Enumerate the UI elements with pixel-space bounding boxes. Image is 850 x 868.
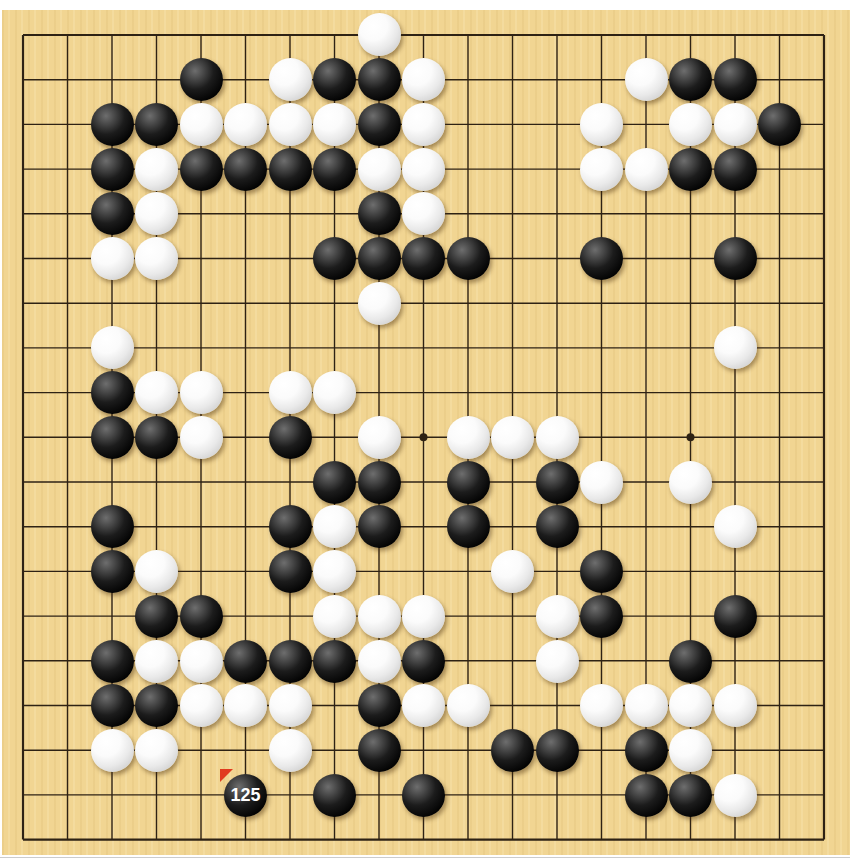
intersection[interactable] <box>179 147 224 192</box>
intersection[interactable] <box>668 191 713 236</box>
intersection[interactable] <box>535 236 580 281</box>
intersection[interactable] <box>90 460 135 505</box>
intersection[interactable] <box>535 818 580 863</box>
intersection[interactable] <box>490 505 535 550</box>
intersection[interactable] <box>1 594 46 639</box>
intersection[interactable] <box>45 13 90 58</box>
intersection[interactable] <box>90 728 135 773</box>
intersection[interactable] <box>668 415 713 460</box>
intersection[interactable] <box>579 13 624 58</box>
intersection[interactable] <box>490 773 535 818</box>
intersection[interactable] <box>713 773 758 818</box>
intersection[interactable] <box>757 415 802 460</box>
intersection[interactable] <box>179 326 224 371</box>
intersection[interactable] <box>179 102 224 147</box>
intersection[interactable] <box>490 415 535 460</box>
intersection[interactable] <box>179 13 224 58</box>
intersection[interactable] <box>312 549 357 594</box>
intersection[interactable] <box>757 728 802 773</box>
intersection[interactable] <box>1 505 46 550</box>
intersection[interactable] <box>446 147 491 192</box>
intersection[interactable] <box>802 102 847 147</box>
intersection[interactable] <box>446 415 491 460</box>
intersection[interactable] <box>668 683 713 728</box>
intersection[interactable] <box>401 281 446 326</box>
intersection[interactable] <box>624 460 669 505</box>
intersection[interactable] <box>90 236 135 281</box>
intersection[interactable] <box>535 370 580 415</box>
intersection[interactable] <box>624 370 669 415</box>
intersection[interactable] <box>312 505 357 550</box>
intersection[interactable] <box>134 773 179 818</box>
intersection[interactable] <box>357 505 402 550</box>
intersection[interactable] <box>401 370 446 415</box>
intersection[interactable] <box>446 57 491 102</box>
intersection[interactable] <box>1 683 46 728</box>
intersection[interactable] <box>357 102 402 147</box>
intersection[interactable] <box>268 326 313 371</box>
intersection[interactable] <box>134 505 179 550</box>
intersection[interactable] <box>357 415 402 460</box>
intersection[interactable] <box>579 773 624 818</box>
intersection[interactable] <box>713 594 758 639</box>
intersection[interactable] <box>757 505 802 550</box>
intersection[interactable] <box>490 818 535 863</box>
intersection[interactable] <box>668 236 713 281</box>
intersection[interactable] <box>668 505 713 550</box>
intersection[interactable] <box>45 818 90 863</box>
intersection[interactable] <box>1 773 46 818</box>
intersection[interactable] <box>757 549 802 594</box>
intersection[interactable] <box>223 818 268 863</box>
intersection[interactable] <box>268 281 313 326</box>
intersection[interactable] <box>579 818 624 863</box>
intersection[interactable] <box>179 370 224 415</box>
intersection[interactable] <box>312 639 357 684</box>
intersection[interactable] <box>668 326 713 371</box>
intersection[interactable] <box>223 505 268 550</box>
intersection[interactable] <box>134 281 179 326</box>
intersection[interactable] <box>45 415 90 460</box>
intersection[interactable] <box>357 773 402 818</box>
intersection[interactable] <box>757 773 802 818</box>
intersection[interactable] <box>357 460 402 505</box>
intersection[interactable] <box>312 773 357 818</box>
intersection[interactable] <box>535 191 580 236</box>
intersection[interactable] <box>179 594 224 639</box>
intersection[interactable] <box>45 281 90 326</box>
intersection[interactable] <box>357 370 402 415</box>
intersection[interactable] <box>90 683 135 728</box>
intersection[interactable] <box>134 57 179 102</box>
intersection[interactable] <box>713 236 758 281</box>
intersection[interactable] <box>624 236 669 281</box>
intersection[interactable] <box>1 415 46 460</box>
intersection[interactable] <box>312 281 357 326</box>
intersection[interactable] <box>713 505 758 550</box>
intersection[interactable] <box>713 549 758 594</box>
intersection[interactable] <box>624 13 669 58</box>
intersection[interactable] <box>713 415 758 460</box>
intersection[interactable] <box>490 370 535 415</box>
intersection[interactable] <box>312 460 357 505</box>
intersection[interactable] <box>401 57 446 102</box>
intersection[interactable] <box>312 415 357 460</box>
intersection[interactable] <box>268 57 313 102</box>
intersection[interactable] <box>401 594 446 639</box>
intersection[interactable] <box>802 505 847 550</box>
intersection[interactable] <box>490 683 535 728</box>
intersection[interactable] <box>357 191 402 236</box>
intersection[interactable] <box>446 460 491 505</box>
intersection[interactable] <box>446 102 491 147</box>
intersection[interactable] <box>579 728 624 773</box>
intersection[interactable] <box>90 281 135 326</box>
intersection[interactable] <box>535 594 580 639</box>
intersection[interactable] <box>268 460 313 505</box>
intersection[interactable] <box>357 147 402 192</box>
intersection[interactable] <box>713 370 758 415</box>
intersection[interactable] <box>624 549 669 594</box>
intersection[interactable] <box>45 549 90 594</box>
intersection[interactable] <box>1 147 46 192</box>
intersection[interactable] <box>268 236 313 281</box>
intersection[interactable] <box>713 639 758 684</box>
intersection[interactable] <box>757 57 802 102</box>
intersection[interactable] <box>179 639 224 684</box>
intersection[interactable] <box>357 13 402 58</box>
intersection[interactable] <box>757 147 802 192</box>
intersection[interactable] <box>757 326 802 371</box>
intersection[interactable] <box>757 13 802 58</box>
intersection[interactable] <box>401 415 446 460</box>
intersection[interactable] <box>90 13 135 58</box>
intersection[interactable] <box>223 57 268 102</box>
intersection[interactable] <box>713 326 758 371</box>
intersection[interactable] <box>357 281 402 326</box>
intersection[interactable] <box>713 818 758 863</box>
intersection[interactable] <box>223 326 268 371</box>
intersection[interactable] <box>1 281 46 326</box>
intersection[interactable] <box>535 728 580 773</box>
intersection[interactable] <box>624 57 669 102</box>
intersection[interactable] <box>446 549 491 594</box>
intersection[interactable] <box>45 728 90 773</box>
intersection[interactable] <box>223 683 268 728</box>
intersection[interactable] <box>624 594 669 639</box>
intersection[interactable] <box>268 773 313 818</box>
intersection[interactable] <box>268 818 313 863</box>
intersection[interactable] <box>179 683 224 728</box>
intersection[interactable] <box>713 460 758 505</box>
intersection[interactable] <box>802 191 847 236</box>
intersection[interactable] <box>223 102 268 147</box>
intersection[interactable] <box>579 683 624 728</box>
intersection[interactable] <box>490 236 535 281</box>
intersection[interactable] <box>1 191 46 236</box>
intersection[interactable] <box>134 594 179 639</box>
intersection[interactable] <box>312 13 357 58</box>
intersection[interactable] <box>579 57 624 102</box>
intersection[interactable] <box>668 549 713 594</box>
intersection[interactable] <box>757 594 802 639</box>
intersection[interactable] <box>713 57 758 102</box>
intersection[interactable] <box>401 102 446 147</box>
intersection[interactable] <box>757 236 802 281</box>
intersection[interactable] <box>668 728 713 773</box>
intersection[interactable] <box>802 236 847 281</box>
intersection[interactable] <box>1 460 46 505</box>
intersection[interactable] <box>1 818 46 863</box>
intersection[interactable] <box>312 370 357 415</box>
intersection[interactable] <box>757 370 802 415</box>
intersection[interactable] <box>802 639 847 684</box>
intersection[interactable] <box>802 818 847 863</box>
intersection[interactable] <box>802 13 847 58</box>
intersection[interactable] <box>490 594 535 639</box>
intersection[interactable] <box>579 326 624 371</box>
intersection[interactable] <box>223 13 268 58</box>
intersection[interactable] <box>134 415 179 460</box>
intersection[interactable] <box>312 191 357 236</box>
intersection[interactable] <box>401 773 446 818</box>
intersection[interactable] <box>45 773 90 818</box>
intersection[interactable] <box>1 236 46 281</box>
intersection[interactable] <box>668 639 713 684</box>
intersection[interactable] <box>802 147 847 192</box>
intersection[interactable] <box>535 460 580 505</box>
intersection[interactable] <box>312 326 357 371</box>
intersection[interactable] <box>668 370 713 415</box>
intersection[interactable] <box>401 191 446 236</box>
intersection[interactable] <box>401 683 446 728</box>
intersection[interactable] <box>223 236 268 281</box>
intersection[interactable] <box>1 728 46 773</box>
intersection[interactable] <box>223 594 268 639</box>
intersection[interactable] <box>1 639 46 684</box>
intersection[interactable] <box>268 415 313 460</box>
intersection[interactable] <box>802 370 847 415</box>
intersection[interactable] <box>223 728 268 773</box>
intersection[interactable] <box>179 415 224 460</box>
intersection[interactable] <box>401 549 446 594</box>
intersection[interactable] <box>134 147 179 192</box>
intersection[interactable] <box>757 460 802 505</box>
intersection[interactable] <box>45 505 90 550</box>
intersection[interactable] <box>179 191 224 236</box>
intersection[interactable] <box>579 505 624 550</box>
intersection[interactable] <box>45 191 90 236</box>
intersection[interactable] <box>312 57 357 102</box>
intersection[interactable] <box>90 415 135 460</box>
intersection[interactable] <box>90 147 135 192</box>
intersection[interactable] <box>45 460 90 505</box>
intersection[interactable] <box>134 683 179 728</box>
intersection[interactable] <box>446 505 491 550</box>
intersection[interactable] <box>179 773 224 818</box>
intersection[interactable] <box>579 549 624 594</box>
intersection[interactable] <box>45 236 90 281</box>
intersection[interactable] <box>535 639 580 684</box>
intersection[interactable] <box>757 683 802 728</box>
intersection[interactable] <box>312 147 357 192</box>
intersection[interactable] <box>401 728 446 773</box>
intersection[interactable] <box>802 415 847 460</box>
intersection[interactable] <box>312 102 357 147</box>
intersection[interactable] <box>713 683 758 728</box>
intersection[interactable] <box>179 549 224 594</box>
intersection[interactable] <box>624 415 669 460</box>
intersection[interactable] <box>45 594 90 639</box>
intersection[interactable] <box>401 460 446 505</box>
intersection[interactable] <box>535 415 580 460</box>
intersection[interactable] <box>535 505 580 550</box>
intersection[interactable] <box>45 102 90 147</box>
intersection[interactable] <box>490 326 535 371</box>
intersection[interactable] <box>802 683 847 728</box>
intersection[interactable] <box>312 728 357 773</box>
intersection[interactable] <box>45 683 90 728</box>
intersection[interactable] <box>357 594 402 639</box>
intersection[interactable] <box>713 191 758 236</box>
intersection[interactable] <box>446 370 491 415</box>
intersection[interactable] <box>134 818 179 863</box>
intersection[interactable] <box>401 147 446 192</box>
intersection[interactable] <box>179 281 224 326</box>
intersection[interactable] <box>668 281 713 326</box>
intersection[interactable] <box>668 147 713 192</box>
intersection[interactable] <box>401 236 446 281</box>
intersection[interactable] <box>90 370 135 415</box>
intersection[interactable] <box>223 460 268 505</box>
intersection[interactable] <box>1 57 46 102</box>
intersection[interactable] <box>757 102 802 147</box>
intersection[interactable] <box>535 549 580 594</box>
intersection[interactable] <box>1 549 46 594</box>
intersection[interactable] <box>579 460 624 505</box>
intersection[interactable] <box>90 505 135 550</box>
intersection[interactable] <box>624 102 669 147</box>
intersection[interactable] <box>90 773 135 818</box>
intersection[interactable] <box>624 281 669 326</box>
intersection[interactable] <box>90 639 135 684</box>
intersection[interactable] <box>624 505 669 550</box>
intersection[interactable]: 125 <box>223 773 268 818</box>
intersection[interactable] <box>713 102 758 147</box>
intersection[interactable] <box>579 191 624 236</box>
intersection[interactable] <box>446 236 491 281</box>
intersection[interactable] <box>90 102 135 147</box>
intersection[interactable] <box>624 191 669 236</box>
intersection[interactable] <box>357 236 402 281</box>
intersection[interactable] <box>90 549 135 594</box>
intersection[interactable] <box>268 639 313 684</box>
intersection[interactable] <box>535 683 580 728</box>
intersection[interactable] <box>401 818 446 863</box>
intersection[interactable] <box>490 102 535 147</box>
intersection[interactable] <box>45 639 90 684</box>
intersection[interactable] <box>134 236 179 281</box>
intersection[interactable] <box>357 683 402 728</box>
intersection[interactable] <box>357 57 402 102</box>
intersection[interactable] <box>446 683 491 728</box>
intersection[interactable] <box>668 102 713 147</box>
intersection[interactable] <box>268 102 313 147</box>
intersection[interactable] <box>802 773 847 818</box>
intersection[interactable] <box>401 505 446 550</box>
intersection[interactable] <box>490 460 535 505</box>
intersection[interactable] <box>446 728 491 773</box>
intersection[interactable] <box>579 415 624 460</box>
intersection[interactable] <box>223 147 268 192</box>
intersection[interactable] <box>1 102 46 147</box>
intersection[interactable] <box>535 57 580 102</box>
intersection[interactable] <box>401 639 446 684</box>
intersection[interactable] <box>535 281 580 326</box>
intersection[interactable] <box>490 281 535 326</box>
intersection[interactable] <box>134 639 179 684</box>
intersection[interactable] <box>624 683 669 728</box>
intersection[interactable] <box>624 818 669 863</box>
intersection[interactable] <box>90 191 135 236</box>
intersection[interactable] <box>446 773 491 818</box>
intersection[interactable] <box>802 549 847 594</box>
intersection[interactable] <box>268 728 313 773</box>
intersection[interactable] <box>535 102 580 147</box>
intersection[interactable] <box>312 818 357 863</box>
intersection[interactable] <box>223 415 268 460</box>
intersection[interactable] <box>624 147 669 192</box>
intersection[interactable] <box>668 57 713 102</box>
intersection[interactable] <box>223 281 268 326</box>
intersection[interactable] <box>134 460 179 505</box>
intersection[interactable] <box>535 773 580 818</box>
intersection[interactable] <box>757 191 802 236</box>
intersection[interactable] <box>134 191 179 236</box>
intersection[interactable] <box>668 773 713 818</box>
intersection[interactable] <box>490 728 535 773</box>
intersection[interactable] <box>446 818 491 863</box>
intersection[interactable] <box>490 191 535 236</box>
intersection[interactable] <box>357 549 402 594</box>
intersection[interactable] <box>268 505 313 550</box>
intersection[interactable] <box>268 683 313 728</box>
intersection[interactable] <box>179 505 224 550</box>
intersection[interactable] <box>179 460 224 505</box>
intersection[interactable] <box>357 326 402 371</box>
intersection[interactable] <box>579 236 624 281</box>
intersection[interactable] <box>802 326 847 371</box>
intersection[interactable] <box>268 147 313 192</box>
intersection[interactable] <box>401 13 446 58</box>
intersection[interactable] <box>179 236 224 281</box>
intersection[interactable] <box>223 370 268 415</box>
intersection[interactable] <box>134 102 179 147</box>
intersection[interactable] <box>490 147 535 192</box>
intersection[interactable] <box>757 639 802 684</box>
intersection[interactable] <box>45 370 90 415</box>
intersection[interactable] <box>45 147 90 192</box>
intersection[interactable] <box>802 281 847 326</box>
intersection[interactable] <box>579 102 624 147</box>
intersection[interactable] <box>490 639 535 684</box>
intersection[interactable] <box>668 594 713 639</box>
intersection[interactable] <box>713 281 758 326</box>
intersection[interactable] <box>357 728 402 773</box>
intersection[interactable] <box>802 57 847 102</box>
intersection[interactable] <box>134 549 179 594</box>
intersection[interactable] <box>668 818 713 863</box>
